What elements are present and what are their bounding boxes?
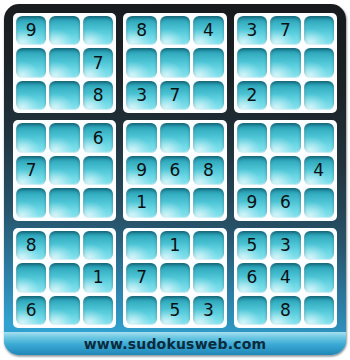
cell-r5c1[interactable]: 7 bbox=[16, 156, 46, 185]
cell-r5c8[interactable] bbox=[270, 156, 300, 185]
cell-r6c3[interactable] bbox=[83, 188, 113, 217]
cell-r7c5[interactable]: 1 bbox=[160, 231, 190, 260]
cell-r4c5[interactable] bbox=[160, 123, 190, 152]
cell-r8c1[interactable] bbox=[16, 263, 46, 292]
cell-r8c6[interactable] bbox=[193, 263, 223, 292]
cell-r8c9[interactable] bbox=[304, 263, 334, 292]
cell-r9c8[interactable]: 8 bbox=[270, 296, 300, 325]
cell-r3c9[interactable] bbox=[304, 81, 334, 110]
cell-r2c1[interactable] bbox=[16, 48, 46, 77]
cell-r3c5[interactable]: 7 bbox=[160, 81, 190, 110]
cell-r3c2[interactable] bbox=[49, 81, 79, 110]
cell-r7c4[interactable] bbox=[126, 231, 156, 260]
cell-r2c9[interactable] bbox=[304, 48, 334, 77]
cell-r3c3[interactable]: 8 bbox=[83, 81, 113, 110]
box-3: 372 bbox=[234, 13, 337, 113]
cell-r4c2[interactable] bbox=[49, 123, 79, 152]
box-5: 9681 bbox=[123, 120, 226, 220]
box-9: 53648 bbox=[234, 228, 337, 328]
cell-r2c8[interactable] bbox=[270, 48, 300, 77]
cell-r6c7[interactable]: 9 bbox=[237, 188, 267, 217]
cell-r1c3[interactable] bbox=[83, 16, 113, 45]
cell-r5c2[interactable] bbox=[49, 156, 79, 185]
cell-r7c1[interactable]: 8 bbox=[16, 231, 46, 260]
website-link[interactable]: www.sudokusweb.com bbox=[84, 336, 267, 352]
cell-r1c7[interactable]: 3 bbox=[237, 16, 267, 45]
cell-r1c9[interactable] bbox=[304, 16, 334, 45]
cell-r2c7[interactable] bbox=[237, 48, 267, 77]
cell-r5c6[interactable]: 8 bbox=[193, 156, 223, 185]
cell-r9c9[interactable] bbox=[304, 296, 334, 325]
cell-r1c5[interactable] bbox=[160, 16, 190, 45]
cell-r9c7[interactable] bbox=[237, 296, 267, 325]
cell-r7c9[interactable] bbox=[304, 231, 334, 260]
cell-r8c2[interactable] bbox=[49, 263, 79, 292]
cell-r6c8[interactable]: 6 bbox=[270, 188, 300, 217]
cell-r5c3[interactable] bbox=[83, 156, 113, 185]
cell-r3c1[interactable] bbox=[16, 81, 46, 110]
cell-r4c3[interactable]: 6 bbox=[83, 123, 113, 152]
cell-r6c1[interactable] bbox=[16, 188, 46, 217]
cell-r7c2[interactable] bbox=[49, 231, 79, 260]
cell-r1c6[interactable]: 4 bbox=[193, 16, 223, 45]
box-7: 816 bbox=[13, 228, 116, 328]
cell-r3c8[interactable] bbox=[270, 81, 300, 110]
cell-r5c7[interactable] bbox=[237, 156, 267, 185]
cell-r9c2[interactable] bbox=[49, 296, 79, 325]
cell-r9c5[interactable]: 5 bbox=[160, 296, 190, 325]
cell-r7c6[interactable] bbox=[193, 231, 223, 260]
cell-r4c8[interactable] bbox=[270, 123, 300, 152]
cell-r5c5[interactable]: 6 bbox=[160, 156, 190, 185]
cell-r9c3[interactable] bbox=[83, 296, 113, 325]
footer-bar: www.sudokusweb.com bbox=[4, 332, 346, 355]
cell-r9c1[interactable]: 6 bbox=[16, 296, 46, 325]
box-2: 8437 bbox=[123, 13, 226, 113]
cell-r8c4[interactable]: 7 bbox=[126, 263, 156, 292]
box-8: 1753 bbox=[123, 228, 226, 328]
cell-r1c4[interactable]: 8 bbox=[126, 16, 156, 45]
cell-r5c9[interactable]: 4 bbox=[304, 156, 334, 185]
cell-r4c1[interactable] bbox=[16, 123, 46, 152]
cell-r7c7[interactable]: 5 bbox=[237, 231, 267, 260]
box-4: 67 bbox=[13, 120, 116, 220]
cell-r6c6[interactable] bbox=[193, 188, 223, 217]
box-1: 978 bbox=[13, 13, 116, 113]
cell-r2c2[interactable] bbox=[49, 48, 79, 77]
cell-r7c3[interactable] bbox=[83, 231, 113, 260]
cell-r6c5[interactable] bbox=[160, 188, 190, 217]
cell-r1c2[interactable] bbox=[49, 16, 79, 45]
sudoku-widget: 9788437372679681496816175353648 www.sudo… bbox=[0, 0, 350, 360]
board-frame: 9788437372679681496816175353648 www.sudo… bbox=[4, 4, 346, 355]
cell-r4c6[interactable] bbox=[193, 123, 223, 152]
cell-r8c3[interactable]: 1 bbox=[83, 263, 113, 292]
cell-r2c6[interactable] bbox=[193, 48, 223, 77]
cell-r4c7[interactable] bbox=[237, 123, 267, 152]
cell-r8c5[interactable] bbox=[160, 263, 190, 292]
cell-r6c2[interactable] bbox=[49, 188, 79, 217]
cell-r3c6[interactable] bbox=[193, 81, 223, 110]
cell-r3c7[interactable]: 2 bbox=[237, 81, 267, 110]
cell-r1c8[interactable]: 7 bbox=[270, 16, 300, 45]
cell-r8c8[interactable]: 4 bbox=[270, 263, 300, 292]
cell-r2c4[interactable] bbox=[126, 48, 156, 77]
sudoku-board: 9788437372679681496816175353648 bbox=[13, 13, 337, 328]
cell-r7c8[interactable]: 3 bbox=[270, 231, 300, 260]
cell-r6c4[interactable]: 1 bbox=[126, 188, 156, 217]
cell-r4c9[interactable] bbox=[304, 123, 334, 152]
cell-r1c1[interactable]: 9 bbox=[16, 16, 46, 45]
cell-r5c4[interactable]: 9 bbox=[126, 156, 156, 185]
cell-r8c7[interactable]: 6 bbox=[237, 263, 267, 292]
cell-r3c4[interactable]: 3 bbox=[126, 81, 156, 110]
cell-r6c9[interactable] bbox=[304, 188, 334, 217]
cell-r4c4[interactable] bbox=[126, 123, 156, 152]
cell-r9c4[interactable] bbox=[126, 296, 156, 325]
box-6: 496 bbox=[234, 120, 337, 220]
cell-r2c5[interactable] bbox=[160, 48, 190, 77]
cell-r2c3[interactable]: 7 bbox=[83, 48, 113, 77]
cell-r9c6[interactable]: 3 bbox=[193, 296, 223, 325]
